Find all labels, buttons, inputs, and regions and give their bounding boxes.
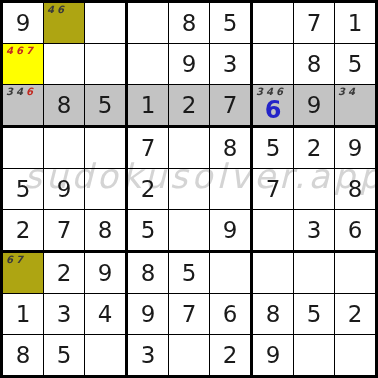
cell-r3c2[interactable]: 8 [44, 85, 85, 128]
pencil-marks: 467 [6, 45, 33, 57]
cell-value: 1 [128, 85, 168, 125]
cell-r3c6[interactable]: 7 [210, 85, 253, 128]
cell-r8c9[interactable]: 2 [335, 294, 375, 335]
cell-value: 8 [210, 128, 250, 168]
cell-value: 8 [253, 294, 293, 334]
sudoku-app: 9468571467938534685127346693478529592782… [0, 0, 378, 378]
cell-value: 3 [44, 294, 84, 334]
cell-value: 9 [3, 3, 43, 43]
cell-value: 5 [210, 3, 250, 43]
cell-value: 4 [85, 294, 125, 334]
cell-r8c7[interactable]: 8 [253, 294, 294, 335]
cell-value: 8 [128, 253, 168, 293]
cell-r2c1[interactable]: 467 [3, 44, 44, 85]
pencil-marks: 46 [47, 4, 64, 16]
cell-r1c8[interactable]: 7 [294, 3, 335, 44]
cell-r7c1[interactable]: 67 [3, 253, 44, 294]
cell-r2c9[interactable]: 5 [335, 44, 375, 85]
cell-value: 9 [169, 44, 209, 84]
cell-r6c1[interactable]: 2 [3, 210, 44, 253]
cell-value: 5 [253, 128, 293, 168]
cell-r1c7[interactable] [253, 3, 294, 44]
cell-value: 8 [85, 210, 125, 250]
cell-value: 3 [210, 44, 250, 84]
cell-r3c4[interactable]: 1 [128, 85, 169, 128]
cell-value: 9 [128, 294, 168, 334]
cell-value: 9 [253, 335, 293, 375]
cell-r3c5[interactable]: 2 [169, 85, 210, 128]
cell-r6c4[interactable]: 5 [128, 210, 169, 253]
pencil-marks: 346 [6, 86, 33, 98]
cell-value: 9 [44, 169, 84, 209]
cell-r9c7[interactable]: 9 [253, 335, 294, 375]
cell-value: 5 [335, 44, 375, 84]
cell-value: 2 [169, 85, 209, 125]
cell-r4c9[interactable]: 9 [335, 128, 375, 169]
cell-r9c3[interactable] [85, 335, 128, 375]
cell-value: 8 [169, 3, 209, 43]
pencil-marks: 34 [338, 86, 355, 98]
cell-value: 5 [128, 210, 168, 250]
cell-r3c3[interactable]: 5 [85, 85, 128, 128]
cell-r7c3[interactable]: 9 [85, 253, 128, 294]
cell-r5c1[interactable]: 5 [3, 169, 44, 210]
cell-value: 2 [210, 335, 250, 375]
cell-r3c8[interactable]: 9 [294, 85, 335, 128]
cell-r3c1[interactable]: 346 [3, 85, 44, 128]
cell-value: 9 [85, 253, 125, 293]
cell-r6c6[interactable]: 9 [210, 210, 253, 253]
cell-r5c2[interactable]: 9 [44, 169, 85, 210]
cell-value: 2 [335, 294, 375, 334]
cell-r7c6[interactable] [210, 253, 253, 294]
cell-r8c4[interactable]: 9 [128, 294, 169, 335]
cell-r9c1[interactable]: 8 [3, 335, 44, 375]
cell-value: 3 [294, 210, 334, 250]
cell-value: 2 [128, 169, 168, 209]
cell-r8c1[interactable]: 1 [3, 294, 44, 335]
cell-r1c3[interactable] [85, 3, 128, 44]
cell-r8c2[interactable]: 3 [44, 294, 85, 335]
cell-r7c7[interactable] [253, 253, 294, 294]
cell-value: 5 [44, 335, 84, 375]
cell-r4c8[interactable]: 2 [294, 128, 335, 169]
cell-r1c2[interactable]: 46 [44, 3, 85, 44]
cell-r8c8[interactable]: 5 [294, 294, 335, 335]
cell-r9c5[interactable] [169, 335, 210, 375]
cell-r7c2[interactable]: 2 [44, 253, 85, 294]
cell-r5c5[interactable] [169, 169, 210, 210]
cell-value: 1 [335, 3, 375, 43]
cell-r8c3[interactable]: 4 [85, 294, 128, 335]
cell-value: 5 [294, 294, 334, 334]
cell-value: 8 [44, 85, 84, 125]
cell-r4c6[interactable]: 8 [210, 128, 253, 169]
cell-r6c2[interactable]: 7 [44, 210, 85, 253]
cell-r1c4[interactable] [128, 3, 169, 44]
pencil-marks: 67 [6, 254, 23, 266]
cell-value: 7 [169, 294, 209, 334]
cell-value: 2 [3, 210, 43, 250]
cell-value: 9 [210, 210, 250, 250]
cell-r2c7[interactable] [253, 44, 294, 85]
cell-r9c4[interactable]: 3 [128, 335, 169, 375]
cell-r9c6[interactable]: 2 [210, 335, 253, 375]
cell-r8c6[interactable]: 6 [210, 294, 253, 335]
cell-r5c3[interactable] [85, 169, 128, 210]
cell-r1c1[interactable]: 9 [3, 3, 44, 44]
cell-value: 8 [335, 169, 375, 209]
cell-r5c8[interactable] [294, 169, 335, 210]
cell-r4c3[interactable] [85, 128, 128, 169]
cell-r4c7[interactable]: 5 [253, 128, 294, 169]
cell-r7c8[interactable] [294, 253, 335, 294]
cell-value: 7 [128, 128, 168, 168]
cell-r1c9[interactable]: 1 [335, 3, 375, 44]
cell-r6c7[interactable] [253, 210, 294, 253]
cell-value: 8 [3, 335, 43, 375]
cell-r5c7[interactable]: 7 [253, 169, 294, 210]
cell-value: 5 [3, 169, 43, 209]
cell-r3c7[interactable]: 3466 [253, 85, 294, 128]
cell-r6c5[interactable] [169, 210, 210, 253]
cell-r5c9[interactable]: 8 [335, 169, 375, 210]
cell-r4c1[interactable] [3, 128, 44, 169]
cell-value: 1 [3, 294, 43, 334]
cell-value: 6 [335, 210, 375, 250]
cell-r4c4[interactable]: 7 [128, 128, 169, 169]
cell-r7c5[interactable]: 5 [169, 253, 210, 294]
cell-value: 7 [253, 169, 293, 209]
cell-r2c5[interactable]: 9 [169, 44, 210, 85]
cell-r6c8[interactable]: 3 [294, 210, 335, 253]
cell-value: 7 [44, 210, 84, 250]
cell-value: 7 [210, 85, 250, 125]
cell-r2c2[interactable] [44, 44, 85, 85]
cell-value: 5 [169, 253, 209, 293]
cell-value: 8 [294, 44, 334, 84]
cell-r1c5[interactable]: 8 [169, 3, 210, 44]
cell-value: 6 [253, 94, 293, 125]
cell-r9c8[interactable] [294, 335, 335, 375]
cell-r1c6[interactable]: 5 [210, 3, 253, 44]
cell-r5c6[interactable] [210, 169, 253, 210]
cell-r2c6[interactable]: 3 [210, 44, 253, 85]
sudoku-board: 9468571467938534685127346693478529592782… [0, 0, 378, 378]
cell-value: 2 [44, 253, 84, 293]
cell-r2c8[interactable]: 8 [294, 44, 335, 85]
cell-r6c9[interactable]: 6 [335, 210, 375, 253]
cell-r2c4[interactable] [128, 44, 169, 85]
cell-r9c2[interactable]: 5 [44, 335, 85, 375]
cell-value: 2 [294, 128, 334, 168]
cell-value: 9 [294, 85, 334, 125]
cell-r7c4[interactable]: 8 [128, 253, 169, 294]
cell-r8c5[interactable]: 7 [169, 294, 210, 335]
cell-r5c4[interactable]: 2 [128, 169, 169, 210]
cell-r4c5[interactable] [169, 128, 210, 169]
cell-value: 3 [128, 335, 168, 375]
cell-r6c3[interactable]: 8 [85, 210, 128, 253]
cell-value: 9 [335, 128, 375, 168]
cell-value: 6 [210, 294, 250, 334]
cell-r9c9[interactable] [335, 335, 375, 375]
cell-r7c9[interactable] [335, 253, 375, 294]
cell-r3c9[interactable]: 34 [335, 85, 375, 128]
cell-r2c3[interactable] [85, 44, 128, 85]
cell-value: 5 [85, 85, 125, 125]
cell-r4c2[interactable] [44, 128, 85, 169]
cell-value: 7 [294, 3, 334, 43]
